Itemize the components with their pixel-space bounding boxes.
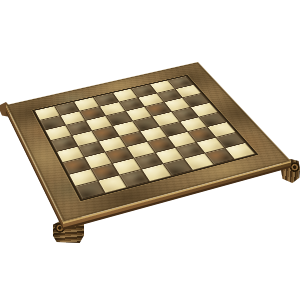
chess-board-product-photo	[0, 0, 300, 300]
